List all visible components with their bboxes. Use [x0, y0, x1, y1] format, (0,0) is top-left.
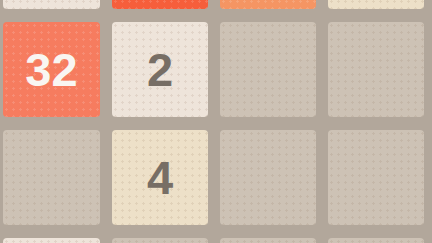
cell-r1c1-tile-2: 2	[112, 22, 208, 117]
cell-r3c1-empty	[112, 238, 208, 243]
cell-r3c3-empty	[328, 238, 424, 243]
cell-r2c1-tile-4: 4	[112, 130, 208, 225]
cell-r1c3-empty	[328, 22, 424, 117]
2048-board[interactable]: 32 2 4	[3, 0, 424, 243]
cell-r2c3-empty	[328, 130, 424, 225]
cell-r2c2-empty	[220, 130, 316, 225]
cell-r0c2-partial-tile	[220, 0, 316, 9]
cell-r3c0-partial-tile	[3, 238, 100, 243]
game-viewport: 32 2 4	[0, 0, 432, 243]
cell-r0c3-partial-tile	[328, 0, 424, 9]
cell-r1c0-tile-32: 32	[3, 22, 100, 117]
cell-r1c2-empty	[220, 22, 316, 117]
cell-r0c0-partial-tile	[3, 0, 100, 9]
cell-r2c0-empty	[3, 130, 100, 225]
cell-r3c2-empty	[220, 238, 316, 243]
cell-r0c1-partial-tile	[112, 0, 208, 9]
